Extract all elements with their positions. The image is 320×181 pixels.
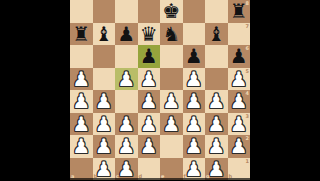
white-pawn[interactable]: ♟ — [183, 68, 206, 91]
square-f5[interactable]: ♟ — [183, 68, 206, 91]
square-h5[interactable]: ♟5 — [228, 68, 251, 91]
square-d8[interactable] — [138, 0, 161, 23]
square-h2[interactable]: ♟2 — [228, 135, 251, 158]
square-b4[interactable]: ♟ — [93, 90, 116, 113]
white-pawn[interactable]: ♟ — [205, 113, 228, 136]
black-bishop[interactable]: ♝ — [205, 23, 228, 46]
square-a4[interactable]: ♟ — [70, 90, 93, 113]
square-g4[interactable]: ♟ — [205, 90, 228, 113]
white-pawn[interactable]: ♟ — [205, 90, 228, 113]
square-b8[interactable] — [93, 0, 116, 23]
white-pawn[interactable]: ♟ — [228, 68, 251, 91]
white-pawn[interactable]: ♟ — [160, 90, 183, 113]
black-rook[interactable]: ♜ — [228, 0, 251, 23]
chess-board[interactable]: ♚♜8♜♝♟♛♞♝7♟♟♟6♟♟♟♟♟5♟♟♟♟♟♟♟4♟♟♟♟♟♟♟♟3♟♟♟… — [70, 0, 250, 180]
coord-rank-7: 7 — [246, 24, 249, 29]
white-pawn[interactable]: ♟ — [93, 158, 116, 181]
square-g6[interactable] — [205, 45, 228, 68]
square-b5[interactable] — [93, 68, 116, 91]
square-h6[interactable]: ♟6 — [228, 45, 251, 68]
square-c7[interactable]: ♟ — [115, 23, 138, 46]
square-e1[interactable]: e — [160, 158, 183, 181]
white-pawn[interactable]: ♟ — [205, 158, 228, 181]
square-b6[interactable] — [93, 45, 116, 68]
white-pawn[interactable]: ♟ — [115, 135, 138, 158]
square-b2[interactable]: ♟ — [93, 135, 116, 158]
square-c4[interactable] — [115, 90, 138, 113]
white-pawn[interactable]: ♟ — [93, 113, 116, 136]
white-pawn[interactable]: ♟ — [183, 158, 206, 181]
white-pawn[interactable]: ♟ — [138, 113, 161, 136]
square-f8[interactable] — [183, 0, 206, 23]
white-pawn[interactable]: ♟ — [183, 113, 206, 136]
square-c6[interactable] — [115, 45, 138, 68]
video-frame: ♚♜8♜♝♟♛♞♝7♟♟♟6♟♟♟♟♟5♟♟♟♟♟♟♟4♟♟♟♟♟♟♟♟3♟♟♟… — [0, 0, 320, 180]
square-a5[interactable]: ♟ — [70, 68, 93, 91]
pillarbox-left-bar — [0, 0, 70, 180]
square-f1[interactable]: ♟f — [183, 158, 206, 181]
black-pawn[interactable]: ♟ — [228, 45, 251, 68]
square-g5[interactable] — [205, 68, 228, 91]
white-pawn[interactable]: ♟ — [183, 135, 206, 158]
square-a7[interactable]: ♜ — [70, 23, 93, 46]
white-pawn[interactable]: ♟ — [93, 90, 116, 113]
square-c8[interactable] — [115, 0, 138, 23]
square-e2[interactable] — [160, 135, 183, 158]
square-f6[interactable]: ♟ — [183, 45, 206, 68]
square-d7[interactable]: ♛ — [138, 23, 161, 46]
square-g8[interactable] — [205, 0, 228, 23]
square-d2[interactable]: ♟ — [138, 135, 161, 158]
white-pawn[interactable]: ♟ — [70, 68, 93, 91]
square-h1[interactable]: h1 — [228, 158, 251, 181]
white-pawn[interactable]: ♟ — [160, 113, 183, 136]
square-c2[interactable]: ♟ — [115, 135, 138, 158]
square-a2[interactable]: ♟ — [70, 135, 93, 158]
white-pawn[interactable]: ♟ — [115, 158, 138, 181]
square-a3[interactable]: ♟ — [70, 113, 93, 136]
square-d4[interactable]: ♟ — [138, 90, 161, 113]
black-knight[interactable]: ♞ — [160, 23, 183, 46]
square-b7[interactable]: ♝ — [93, 23, 116, 46]
square-f7[interactable] — [183, 23, 206, 46]
white-pawn[interactable]: ♟ — [115, 113, 138, 136]
white-pawn[interactable]: ♟ — [70, 113, 93, 136]
white-pawn[interactable]: ♟ — [70, 135, 93, 158]
white-pawn[interactable]: ♟ — [138, 68, 161, 91]
coord-rank-1: 1 — [246, 159, 249, 164]
white-pawn[interactable]: ♟ — [228, 90, 251, 113]
square-g7[interactable]: ♝ — [205, 23, 228, 46]
square-f2[interactable]: ♟ — [183, 135, 206, 158]
square-h4[interactable]: ♟4 — [228, 90, 251, 113]
square-f3[interactable]: ♟ — [183, 113, 206, 136]
square-e8[interactable]: ♚ — [160, 0, 183, 23]
square-b1[interactable]: ♟b — [93, 158, 116, 181]
square-f4[interactable]: ♟ — [183, 90, 206, 113]
square-h8[interactable]: ♜8 — [228, 0, 251, 23]
black-pawn[interactable]: ♟ — [183, 45, 206, 68]
white-pawn[interactable]: ♟ — [228, 113, 251, 136]
white-pawn[interactable]: ♟ — [138, 135, 161, 158]
square-g1[interactable]: ♟g — [205, 158, 228, 181]
white-pawn[interactable]: ♟ — [205, 135, 228, 158]
white-pawn[interactable]: ♟ — [138, 90, 161, 113]
white-pawn[interactable]: ♟ — [115, 68, 138, 91]
square-g2[interactable]: ♟ — [205, 135, 228, 158]
white-pawn[interactable]: ♟ — [70, 90, 93, 113]
square-c1[interactable]: ♟c — [115, 158, 138, 181]
square-g3[interactable]: ♟ — [205, 113, 228, 136]
white-pawn[interactable]: ♟ — [228, 135, 251, 158]
black-rook[interactable]: ♜ — [70, 23, 93, 46]
square-b3[interactable]: ♟ — [93, 113, 116, 136]
square-e4[interactable]: ♟ — [160, 90, 183, 113]
square-c5[interactable]: ♟ — [115, 68, 138, 91]
black-king[interactable]: ♚ — [160, 0, 183, 23]
square-d3[interactable]: ♟ — [138, 113, 161, 136]
square-h7[interactable]: 7 — [228, 23, 251, 46]
square-e6[interactable] — [160, 45, 183, 68]
square-d1[interactable]: d — [138, 158, 161, 181]
square-a1[interactable]: a — [70, 158, 93, 181]
square-e3[interactable]: ♟ — [160, 113, 183, 136]
pillarbox-right-bar — [250, 0, 320, 180]
square-c3[interactable]: ♟ — [115, 113, 138, 136]
square-a6[interactable] — [70, 45, 93, 68]
board-bottom-edge — [70, 178, 250, 180]
square-d5[interactable]: ♟ — [138, 68, 161, 91]
square-d6[interactable]: ♟ — [138, 45, 161, 68]
white-pawn[interactable]: ♟ — [93, 135, 116, 158]
black-pawn[interactable]: ♟ — [138, 45, 161, 68]
black-pawn[interactable]: ♟ — [115, 23, 138, 46]
white-pawn[interactable]: ♟ — [183, 90, 206, 113]
square-e7[interactable]: ♞ — [160, 23, 183, 46]
square-a8[interactable] — [70, 0, 93, 23]
black-bishop[interactable]: ♝ — [93, 23, 116, 46]
black-queen[interactable]: ♛ — [138, 23, 161, 46]
square-e5[interactable] — [160, 68, 183, 91]
square-h3[interactable]: ♟3 — [228, 113, 251, 136]
